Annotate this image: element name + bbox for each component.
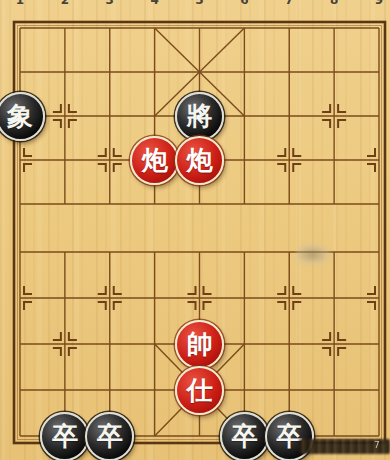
red-advisor-piece[interactable]: 仕 <box>175 366 224 415</box>
red-cannon-piece[interactable]: 炮 <box>175 136 224 185</box>
black-soldier-piece[interactable]: 卒 <box>40 412 89 460</box>
black-soldier-piece[interactable]: 卒 <box>85 412 134 460</box>
red-cannon-piece[interactable]: 炮 <box>130 136 179 185</box>
black-elephant-piece[interactable]: 象 <box>0 92 45 141</box>
piece-layer: 象將炮炮帥仕卒卒卒卒 <box>0 6 390 460</box>
black-soldier-piece[interactable]: 卒 <box>220 412 269 460</box>
black-general-piece[interactable]: 將 <box>175 92 224 141</box>
red-general-piece[interactable]: 帥 <box>175 320 224 369</box>
watermark-mark: 7 <box>374 441 380 450</box>
xiangqi-board-screen: 123456789 象將炮炮帥仕卒卒卒卒 7 <box>0 0 390 460</box>
